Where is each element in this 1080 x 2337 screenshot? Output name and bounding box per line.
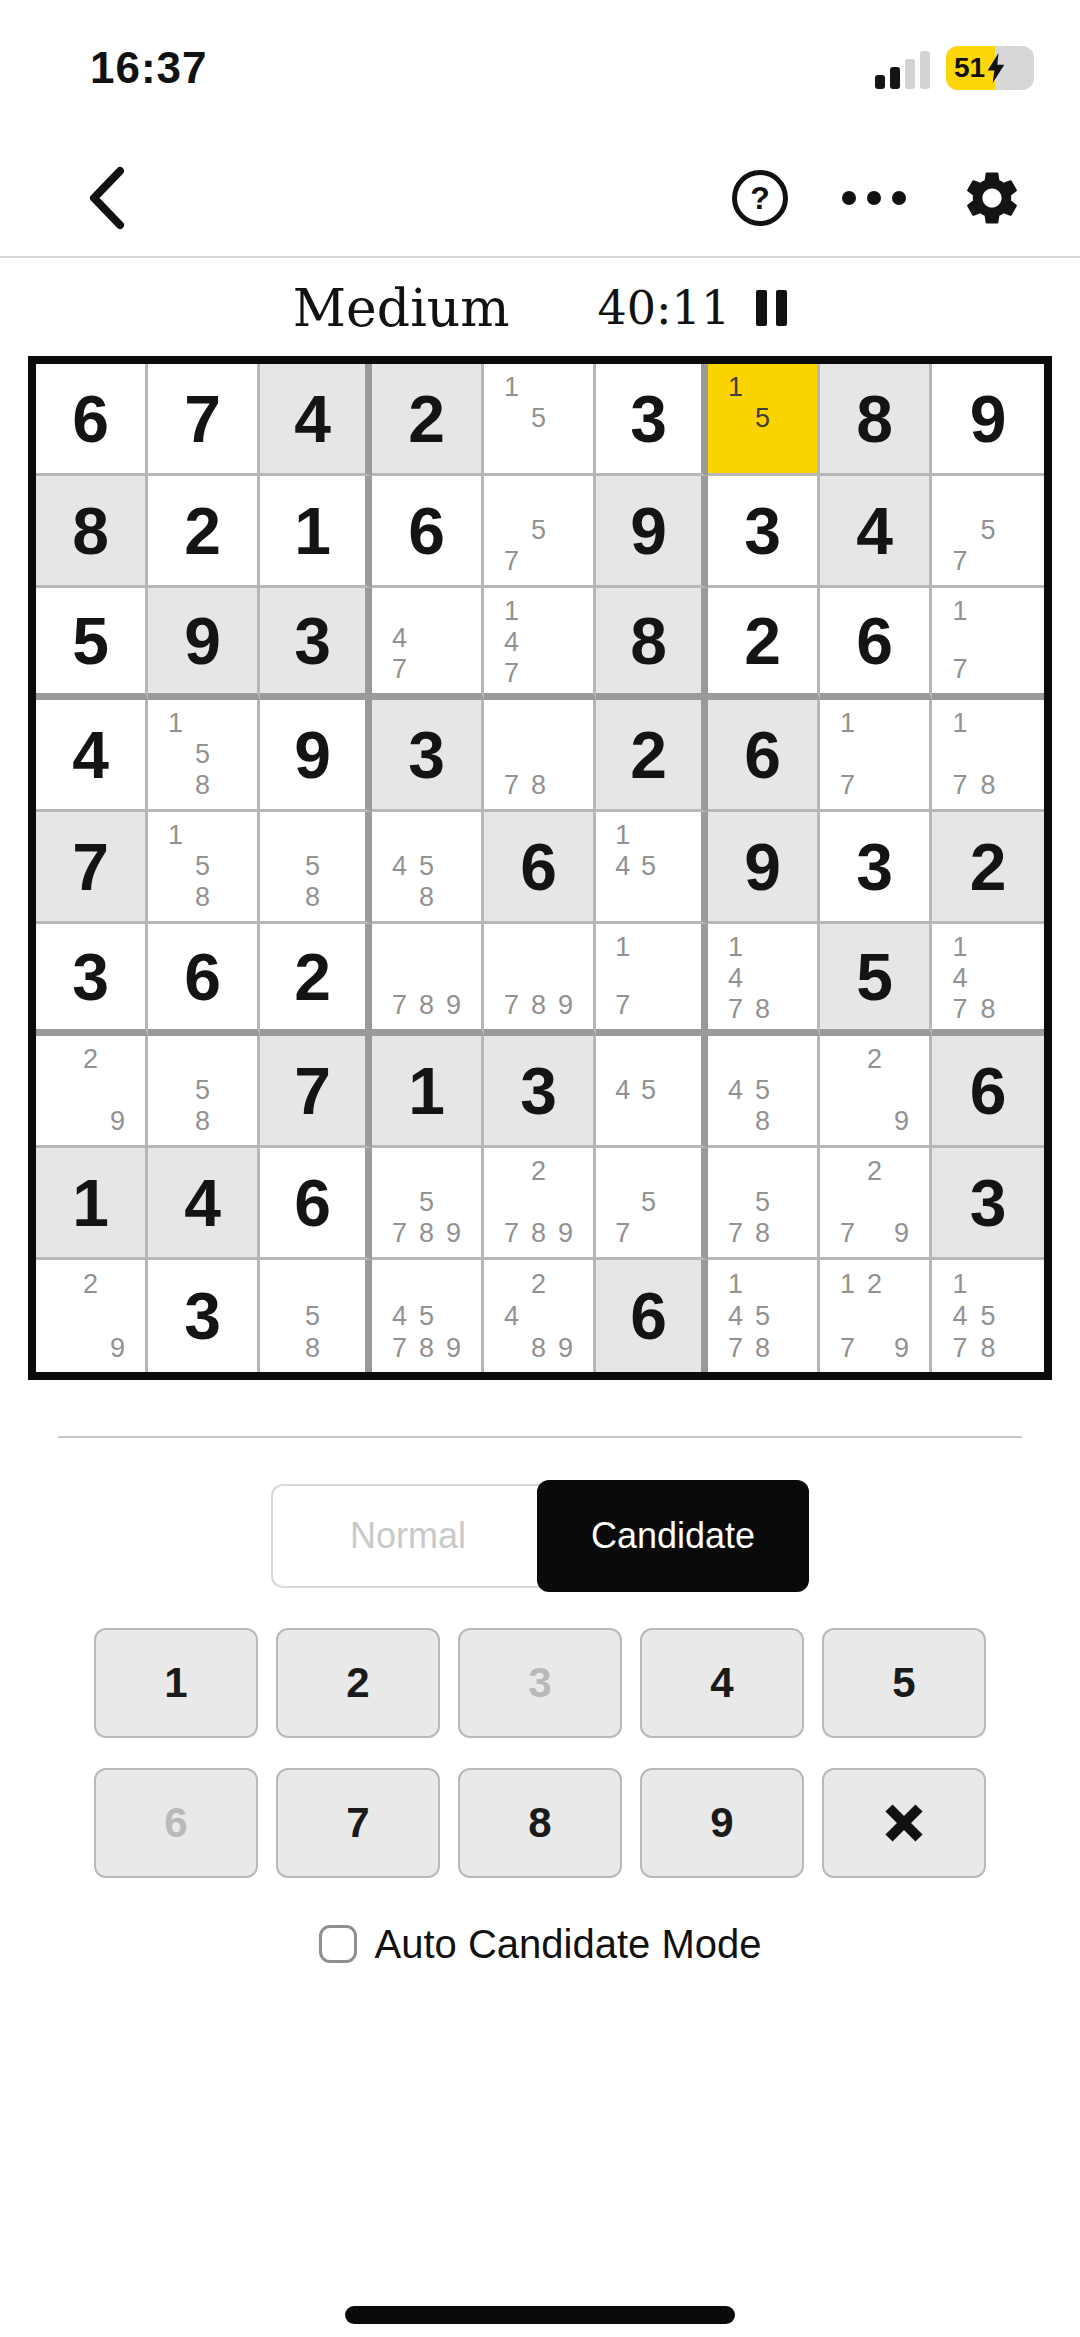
- cell-r1c4[interactable]: 2: [372, 364, 484, 476]
- entered-digit: 6: [856, 603, 893, 679]
- sudoku-board: 6742153158982165793457593471478261741589…: [28, 356, 1052, 1380]
- entered-digit: 9: [970, 381, 1007, 457]
- cell-r9c1[interactable]: 29: [36, 1260, 148, 1372]
- given-digit: 8: [856, 381, 893, 457]
- candidate-5: 5: [525, 515, 552, 546]
- cell-r3c6[interactable]: 8: [596, 588, 708, 700]
- cell-r9c2[interactable]: 3: [148, 1260, 260, 1372]
- candidate-9: 9: [440, 990, 467, 1021]
- candidate-1: 1: [498, 372, 525, 403]
- given-digit: 7: [294, 1053, 331, 1129]
- candidate-7: 7: [946, 770, 974, 801]
- candidate-9: 9: [888, 1218, 915, 1249]
- candidate-marks: 57: [498, 484, 579, 577]
- delete-key[interactable]: [822, 1768, 986, 1878]
- candidate-5: 5: [413, 1300, 440, 1332]
- cell-r1c5[interactable]: 15: [484, 364, 596, 476]
- key-6[interactable]: 6: [94, 1768, 258, 1878]
- candidate-9: 9: [888, 1332, 915, 1364]
- candidate-8: 8: [974, 770, 1002, 801]
- candidate-8: 8: [525, 1218, 552, 1249]
- cell-r7c8[interactable]: 29: [820, 1036, 932, 1148]
- given-digit: 8: [630, 603, 667, 679]
- candidate-marks: 57: [610, 1156, 687, 1249]
- candidate-1: 1: [498, 596, 525, 627]
- candidate-8: 8: [189, 770, 216, 801]
- candidate-7: 7: [946, 1332, 974, 1364]
- cell-r6c5[interactable]: 789: [484, 924, 596, 1036]
- candidate-9: 9: [104, 1106, 131, 1137]
- cell-r7c9[interactable]: 6: [932, 1036, 1044, 1148]
- key-5[interactable]: 5: [822, 1628, 986, 1738]
- entered-digit: 9: [294, 717, 331, 793]
- cell-r4c4[interactable]: 3: [372, 700, 484, 812]
- candidate-marks: 458: [386, 820, 467, 913]
- candidate-7: 7: [722, 1332, 749, 1364]
- candidate-marks: 1478: [946, 932, 1030, 1021]
- cell-r1c3[interactable]: 4: [260, 364, 372, 476]
- cell-r8c5[interactable]: 2789: [484, 1148, 596, 1260]
- cell-r3c8[interactable]: 6: [820, 588, 932, 700]
- cell-r8c6[interactable]: 57: [596, 1148, 708, 1260]
- cell-r3c1[interactable]: 5: [36, 588, 148, 700]
- candidate-marks: 15: [722, 372, 803, 465]
- entered-digit: 5: [72, 603, 109, 679]
- candidate-7: 7: [498, 546, 525, 577]
- candidate-8: 8: [300, 882, 326, 913]
- cell-r3c2[interactable]: 9: [148, 588, 260, 700]
- candidate-4: 4: [722, 963, 749, 994]
- given-digit: 4: [184, 1165, 221, 1241]
- candidate-marks: 14578: [722, 1268, 803, 1364]
- cell-r1c7[interactable]: 15: [708, 364, 820, 476]
- candidate-7: 7: [386, 1218, 413, 1249]
- candidate-marks: 78: [498, 708, 579, 801]
- cell-r4c8[interactable]: 17: [820, 700, 932, 812]
- candidate-8: 8: [749, 1218, 776, 1249]
- cell-r7c6[interactable]: 45: [596, 1036, 708, 1148]
- candidate-mode-button[interactable]: Candidate: [537, 1480, 809, 1592]
- cell-r9c3[interactable]: 58: [260, 1260, 372, 1372]
- cell-r1c2[interactable]: 7: [148, 364, 260, 476]
- cell-r4c6[interactable]: 2: [596, 700, 708, 812]
- candidate-1: 1: [610, 932, 636, 963]
- candidate-marks: 1478: [722, 932, 803, 1021]
- cell-r6c3[interactable]: 2: [260, 924, 372, 1036]
- cell-r2c2[interactable]: 2: [148, 476, 260, 588]
- given-digit: 3: [970, 1165, 1007, 1241]
- candidate-marks: 17: [610, 932, 687, 1021]
- candidate-7: 7: [834, 1332, 861, 1364]
- given-digit: 5: [856, 939, 893, 1015]
- candidate-7: 7: [834, 1218, 861, 1249]
- cell-r4c9[interactable]: 178: [932, 700, 1044, 812]
- cell-r3c3[interactable]: 3: [260, 588, 372, 700]
- sudoku-grid: 6742153158982165793457593471478261741589…: [36, 364, 1044, 1372]
- help-button[interactable]: ?: [732, 170, 788, 226]
- cellular-signal-icon: [875, 47, 930, 89]
- candidate-7: 7: [946, 654, 974, 685]
- entered-digit: 3: [184, 1278, 221, 1354]
- candidate-marks: 789: [386, 932, 467, 1021]
- candidate-5: 5: [749, 403, 776, 434]
- candidate-1: 1: [162, 820, 189, 851]
- given-digit: 3: [408, 717, 445, 793]
- given-digit: 3: [520, 1053, 557, 1129]
- nav-bar: ?: [0, 158, 1080, 238]
- given-digit: 3: [294, 603, 331, 679]
- candidate-5: 5: [189, 739, 216, 770]
- candidate-8: 8: [525, 770, 552, 801]
- cell-r9c6[interactable]: 6: [596, 1260, 708, 1372]
- candidate-1: 1: [946, 1268, 974, 1300]
- nav-actions: ?: [732, 166, 1024, 230]
- candidate-7: 7: [610, 1218, 636, 1249]
- lightning-bolt-icon: [986, 53, 1006, 83]
- cell-r8c4[interactable]: 5789: [372, 1148, 484, 1260]
- candidate-marks: 29: [50, 1044, 131, 1137]
- cell-r7c2[interactable]: 58: [148, 1036, 260, 1148]
- timer-group: 40:11: [598, 281, 788, 335]
- clock-time: 16:37: [90, 43, 208, 93]
- cell-r2c6[interactable]: 9: [596, 476, 708, 588]
- difficulty-label: Medium: [293, 278, 510, 338]
- candidate-8: 8: [749, 994, 776, 1025]
- cell-r8c8[interactable]: 279: [820, 1148, 932, 1260]
- candidate-1: 1: [722, 932, 749, 963]
- auto-candidate-checkbox[interactable]: [319, 1925, 357, 1963]
- candidate-marks: 17: [946, 596, 1030, 685]
- candidate-7: 7: [946, 546, 974, 577]
- entered-digit: 2: [184, 493, 221, 569]
- normal-mode-button[interactable]: Normal: [271, 1484, 543, 1588]
- cell-r9c9[interactable]: 14578: [932, 1260, 1044, 1372]
- candidate-marks: 2489: [498, 1268, 579, 1364]
- candidate-7: 7: [386, 990, 413, 1021]
- candidate-5: 5: [636, 1187, 662, 1218]
- cell-r5c3[interactable]: 58: [260, 812, 372, 924]
- cell-r4c7[interactable]: 6: [708, 700, 820, 812]
- cell-r5c9[interactable]: 2: [932, 812, 1044, 924]
- settings-button[interactable]: [960, 166, 1024, 230]
- number-keypad: 123456789: [0, 1628, 1080, 1908]
- cell-r1c1[interactable]: 6: [36, 364, 148, 476]
- cell-r6c4[interactable]: 789: [372, 924, 484, 1036]
- candidate-1: 1: [722, 372, 749, 403]
- cell-r7c7[interactable]: 458: [708, 1036, 820, 1148]
- candidate-7: 7: [722, 994, 749, 1025]
- given-digit: 7: [72, 829, 109, 905]
- candidate-9: 9: [440, 1332, 467, 1364]
- entered-digit: 3: [630, 381, 667, 457]
- candidate-8: 8: [749, 1332, 776, 1364]
- candidate-5: 5: [413, 1187, 440, 1218]
- cell-r9c8[interactable]: 1279: [820, 1260, 932, 1372]
- candidate-4: 4: [386, 1300, 413, 1332]
- candidate-5: 5: [189, 851, 216, 882]
- entered-digit: 2: [744, 603, 781, 679]
- home-indicator[interactable]: [345, 2306, 735, 2324]
- x-delete-icon: [881, 1800, 927, 1846]
- candidate-4: 4: [946, 963, 974, 994]
- cell-r8c2[interactable]: 4: [148, 1148, 260, 1260]
- candidate-4: 4: [386, 623, 413, 654]
- candidate-2: 2: [77, 1268, 104, 1300]
- key-8[interactable]: 8: [458, 1768, 622, 1878]
- candidate-4: 4: [498, 1300, 525, 1332]
- cell-r9c5[interactable]: 2489: [484, 1260, 596, 1372]
- pause-button[interactable]: [756, 290, 787, 326]
- candidate-5: 5: [974, 515, 1002, 546]
- key-3[interactable]: 3: [458, 1628, 622, 1738]
- sudoku-app-screen: 16:37 51 ?: [0, 0, 1080, 2337]
- given-digit: 9: [744, 829, 781, 905]
- candidate-4: 4: [610, 851, 636, 882]
- key-4[interactable]: 4: [640, 1628, 804, 1738]
- candidate-marks: 14578: [946, 1268, 1030, 1364]
- candidate-marks: 158: [162, 708, 243, 801]
- candidate-7: 7: [498, 770, 525, 801]
- auto-candidate-row: Auto Candidate Mode: [0, 1918, 1080, 1970]
- candidate-7: 7: [834, 770, 861, 801]
- back-chevron-icon: [84, 165, 130, 231]
- given-digit: 2: [970, 829, 1007, 905]
- cell-r3c5[interactable]: 147: [484, 588, 596, 700]
- given-digit: 1: [408, 1053, 445, 1129]
- candidate-5: 5: [300, 851, 326, 882]
- candidate-9: 9: [552, 1332, 579, 1364]
- given-digit: 1: [72, 1165, 109, 1241]
- given-digit: 8: [72, 493, 109, 569]
- candidate-5: 5: [636, 851, 662, 882]
- entered-digit: 6: [294, 1165, 331, 1241]
- question-mark: ?: [750, 180, 770, 217]
- candidate-1: 1: [834, 708, 861, 739]
- cell-r2c5[interactable]: 57: [484, 476, 596, 588]
- cell-r5c8[interactable]: 3: [820, 812, 932, 924]
- candidate-marks: 17: [834, 708, 915, 801]
- entry-mode-toggle: Normal Candidate: [0, 1478, 1080, 1594]
- timer-value: 40:11: [598, 281, 731, 335]
- candidate-8: 8: [300, 1332, 326, 1364]
- gear-icon: [960, 166, 1024, 230]
- entered-digit: 6: [408, 493, 445, 569]
- cell-r9c7[interactable]: 14578: [708, 1260, 820, 1372]
- cell-r4c3[interactable]: 9: [260, 700, 372, 812]
- candidate-5: 5: [749, 1300, 776, 1332]
- candidate-1: 1: [946, 708, 974, 739]
- given-digit: 6: [630, 1278, 667, 1354]
- candidate-4: 4: [386, 851, 413, 882]
- candidate-marks: 1279: [834, 1268, 915, 1364]
- entered-digit: 2: [294, 939, 331, 1015]
- cell-r9c4[interactable]: 45789: [372, 1260, 484, 1372]
- candidate-7: 7: [610, 990, 636, 1021]
- cell-r5c7[interactable]: 9: [708, 812, 820, 924]
- candidate-1: 1: [946, 932, 974, 963]
- cell-r4c2[interactable]: 158: [148, 700, 260, 812]
- cell-r2c1[interactable]: 8: [36, 476, 148, 588]
- candidate-7: 7: [386, 654, 413, 685]
- cell-r2c3[interactable]: 1: [260, 476, 372, 588]
- cell-r6c8[interactable]: 5: [820, 924, 932, 1036]
- nav-divider: [0, 256, 1080, 258]
- candidate-1: 1: [946, 596, 974, 627]
- candidate-2: 2: [525, 1156, 552, 1187]
- candidate-7: 7: [498, 1218, 525, 1249]
- candidate-marks: 158: [162, 820, 243, 913]
- candidate-7: 7: [498, 658, 525, 689]
- key-1[interactable]: 1: [94, 1628, 258, 1738]
- candidate-marks: 279: [834, 1156, 915, 1249]
- candidate-1: 1: [610, 820, 636, 851]
- entered-digit: 6: [184, 939, 221, 1015]
- entered-digit: 3: [72, 939, 109, 1015]
- cell-r5c6[interactable]: 145: [596, 812, 708, 924]
- candidate-marks: 178: [946, 708, 1030, 801]
- cell-r7c3[interactable]: 7: [260, 1036, 372, 1148]
- candidate-2: 2: [861, 1156, 888, 1187]
- candidate-1: 1: [722, 1268, 749, 1300]
- candidate-8: 8: [189, 1106, 216, 1137]
- candidate-4: 4: [722, 1300, 749, 1332]
- auto-candidate-label: Auto Candidate Mode: [375, 1922, 762, 1967]
- candidate-marks: 15: [498, 372, 579, 465]
- candidate-marks: 45789: [386, 1268, 467, 1364]
- cell-r1c6[interactable]: 3: [596, 364, 708, 476]
- candidate-marks: 58: [274, 1268, 351, 1364]
- cell-r7c4[interactable]: 1: [372, 1036, 484, 1148]
- entered-digit: 7: [184, 381, 221, 457]
- candidate-marks: 147: [498, 596, 579, 685]
- candidate-5: 5: [413, 851, 440, 882]
- candidate-8: 8: [749, 1106, 776, 1137]
- entered-digit: 4: [72, 717, 109, 793]
- candidate-2: 2: [77, 1044, 104, 1075]
- candidate-marks: 57: [946, 484, 1030, 577]
- key-7[interactable]: 7: [276, 1768, 440, 1878]
- candidate-marks: 458: [722, 1044, 803, 1137]
- candidate-2: 2: [525, 1268, 552, 1300]
- candidate-8: 8: [413, 990, 440, 1021]
- status-icons: 51: [875, 46, 1034, 90]
- cell-r4c5[interactable]: 78: [484, 700, 596, 812]
- cell-r5c1[interactable]: 7: [36, 812, 148, 924]
- candidate-9: 9: [552, 990, 579, 1021]
- cell-r2c4[interactable]: 6: [372, 476, 484, 588]
- candidate-marks: 45: [610, 1044, 687, 1137]
- keypad-row: 6789: [0, 1768, 1080, 1878]
- cell-r6c2[interactable]: 6: [148, 924, 260, 1036]
- entered-digit: 3: [744, 493, 781, 569]
- candidate-1: 1: [162, 708, 189, 739]
- status-bar: 16:37 51: [0, 38, 1080, 98]
- entered-digit: 1: [294, 493, 331, 569]
- keypad-row: 12345: [0, 1628, 1080, 1738]
- cell-r1c8[interactable]: 8: [820, 364, 932, 476]
- candidate-8: 8: [525, 1332, 552, 1364]
- given-digit: 4: [856, 493, 893, 569]
- candidate-5: 5: [974, 1300, 1002, 1332]
- given-digit: 9: [630, 493, 667, 569]
- candidate-4: 4: [610, 1075, 636, 1106]
- candidate-9: 9: [440, 1218, 467, 1249]
- candidate-4: 4: [498, 627, 525, 658]
- given-digit: 6: [970, 1053, 1007, 1129]
- candidate-9: 9: [104, 1332, 131, 1364]
- candidate-8: 8: [413, 882, 440, 913]
- cell-r3c4[interactable]: 47: [372, 588, 484, 700]
- key-2[interactable]: 2: [276, 1628, 440, 1738]
- cell-r8c3[interactable]: 6: [260, 1148, 372, 1260]
- puzzle-header: Medium 40:11: [0, 276, 1080, 340]
- ellipsis-icon: [842, 191, 856, 205]
- given-digit: 2: [408, 381, 445, 457]
- candidate-5: 5: [525, 403, 552, 434]
- cell-r7c1[interactable]: 29: [36, 1036, 148, 1148]
- candidate-5: 5: [749, 1187, 776, 1218]
- candidate-4: 4: [722, 1075, 749, 1106]
- cell-r5c4[interactable]: 458: [372, 812, 484, 924]
- board-divider: [58, 1436, 1022, 1438]
- candidate-4: 4: [946, 1300, 974, 1332]
- cell-r4c1[interactable]: 4: [36, 700, 148, 812]
- cell-r5c2[interactable]: 158: [148, 812, 260, 924]
- entered-digit: 3: [856, 829, 893, 905]
- candidate-5: 5: [636, 1075, 662, 1106]
- entered-digit: 6: [72, 381, 109, 457]
- candidate-2: 2: [861, 1268, 888, 1300]
- candidate-7: 7: [946, 994, 974, 1025]
- given-digit: 9: [184, 603, 221, 679]
- cell-r5c5[interactable]: 6: [484, 812, 596, 924]
- pause-icon: [756, 290, 767, 326]
- candidate-7: 7: [498, 990, 525, 1021]
- key-9[interactable]: 9: [640, 1768, 804, 1878]
- cell-r6c1[interactable]: 3: [36, 924, 148, 1036]
- cell-r2c7[interactable]: 3: [708, 476, 820, 588]
- candidate-5: 5: [300, 1300, 326, 1332]
- candidate-marks: 29: [50, 1268, 131, 1364]
- candidate-8: 8: [413, 1218, 440, 1249]
- cell-r6c9[interactable]: 1478: [932, 924, 1044, 1036]
- cell-r2c9[interactable]: 57: [932, 476, 1044, 588]
- cell-r2c8[interactable]: 4: [820, 476, 932, 588]
- candidate-marks: 5789: [386, 1156, 467, 1249]
- back-button[interactable]: [84, 165, 130, 231]
- candidate-1: 1: [834, 1268, 861, 1300]
- candidate-7: 7: [722, 1218, 749, 1249]
- cell-r8c7[interactable]: 578: [708, 1148, 820, 1260]
- candidate-8: 8: [974, 994, 1002, 1025]
- candidate-5: 5: [189, 1075, 216, 1106]
- given-digit: 6: [744, 717, 781, 793]
- given-digit: 4: [294, 381, 331, 457]
- cell-r8c1[interactable]: 1: [36, 1148, 148, 1260]
- more-options-button[interactable]: [842, 191, 906, 205]
- candidate-5: 5: [749, 1075, 776, 1106]
- candidate-marks: 2789: [498, 1156, 579, 1249]
- cell-r3c7[interactable]: 2: [708, 588, 820, 700]
- cell-r1c9[interactable]: 9: [932, 364, 1044, 476]
- cell-r6c6[interactable]: 17: [596, 924, 708, 1036]
- cell-r3c9[interactable]: 17: [932, 588, 1044, 700]
- cell-r7c5[interactable]: 3: [484, 1036, 596, 1148]
- given-digit: 2: [630, 717, 667, 793]
- cell-r6c7[interactable]: 1478: [708, 924, 820, 1036]
- candidate-marks: 578: [722, 1156, 803, 1249]
- cell-r8c9[interactable]: 3: [932, 1148, 1044, 1260]
